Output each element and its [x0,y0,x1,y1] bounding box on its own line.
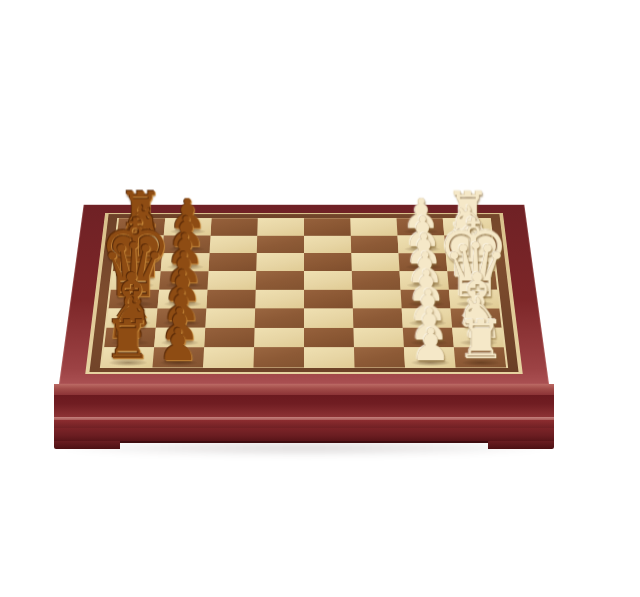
square-a3[interactable] [354,347,405,367]
square-g4[interactable] [304,236,351,254]
square-a7[interactable]: ♟ [152,347,204,367]
square-a6[interactable] [203,347,254,367]
front-cove-molding [54,395,554,417]
square-c4[interactable] [304,308,353,327]
square-a4[interactable] [304,347,355,367]
chess-squares-grid: ♜♟♟♜♞♟♟♞♝♟♟♝♚♟♟♚♛♟♟♛♝♟♟♝♞♟♟♞♜♟♟♜ [102,218,506,367]
square-e6[interactable] [207,271,256,289]
front-top-bevel [54,384,554,395]
piece-white-pawn-a2[interactable]: ♟ [410,322,450,367]
square-e3[interactable] [352,271,401,289]
square-f4[interactable] [304,253,352,271]
square-b4[interactable] [304,328,354,348]
piece-white-rook-a1[interactable]: ♜ [457,313,505,366]
square-d3[interactable] [352,290,401,309]
square-b5[interactable] [254,328,304,348]
square-b3[interactable] [353,328,404,348]
piece-black-pawn-a7[interactable]: ♟ [158,322,198,367]
square-f3[interactable] [351,253,399,271]
piece-black-rook-a8[interactable]: ♜ [103,313,151,366]
square-h4[interactable] [304,218,351,235]
square-d5[interactable] [255,290,304,309]
square-a2[interactable]: ♟ [404,347,456,367]
square-g6[interactable] [209,236,257,254]
chess-board-3d: ♜♟♟♜♞♟♟♞♝♟♟♝♚♟♟♚♛♟♟♛♝♟♟♝♞♟♟♞♜♟♟♜ [59,205,549,384]
box-front-face [54,384,554,450]
square-h3[interactable] [350,218,397,235]
square-a8[interactable]: ♜ [102,347,154,367]
square-f5[interactable] [256,253,304,271]
square-a1[interactable]: ♜ [454,347,506,367]
square-a5[interactable] [253,347,304,367]
base-recess-shadow [120,441,488,443]
front-lower-band [54,420,554,428]
front-base-plinth [54,428,554,441]
square-b6[interactable] [204,328,255,348]
square-f6[interactable] [208,253,256,271]
square-d6[interactable] [206,290,255,309]
square-e4[interactable] [304,271,352,289]
square-h5[interactable] [257,218,304,235]
square-c5[interactable] [255,308,304,327]
square-g3[interactable] [351,236,399,254]
bracket-foot-left [54,441,120,449]
square-e5[interactable] [256,271,304,289]
square-c6[interactable] [205,308,255,327]
product-photo-stage: ♜♟♟♜♞♟♟♞♝♟♟♝♚♟♟♚♛♟♟♛♝♟♟♝♞♟♟♞♜♟♟♜ [0,0,640,597]
bracket-foot-right [488,441,554,449]
square-c3[interactable] [353,308,403,327]
square-g5[interactable] [257,236,304,254]
square-d4[interactable] [304,290,353,309]
square-h6[interactable] [210,218,257,235]
